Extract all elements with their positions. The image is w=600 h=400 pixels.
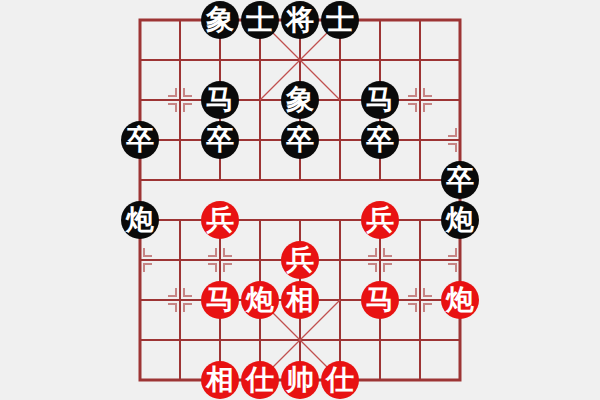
red-cannon[interactable]: 炮 xyxy=(441,281,479,319)
board-point: 马 xyxy=(360,280,400,320)
board-point: 卒 xyxy=(440,160,480,200)
board-point: 卒 xyxy=(120,120,160,160)
red-cannon[interactable]: 炮 xyxy=(241,281,279,319)
red-advisor[interactable]: 仕 xyxy=(241,361,279,399)
red-advisor[interactable]: 仕 xyxy=(321,361,359,399)
black-advisor[interactable]: 士 xyxy=(321,1,359,39)
board-point: 卒 xyxy=(200,120,240,160)
red-elephant[interactable]: 相 xyxy=(281,281,319,319)
black-horse[interactable]: 马 xyxy=(201,81,239,119)
black-cannon[interactable]: 炮 xyxy=(441,201,479,239)
black-soldier[interactable]: 卒 xyxy=(121,121,159,159)
board-point: 兵 xyxy=(360,200,400,240)
black-soldier[interactable]: 卒 xyxy=(441,161,479,199)
xiangqi-board: 象士将士马象马卒卒卒卒卒炮炮兵兵兵马炮相马炮相仕帅仕 xyxy=(120,0,480,400)
red-horse[interactable]: 马 xyxy=(361,281,399,319)
board-point: 仕 xyxy=(320,360,360,400)
red-soldier[interactable]: 兵 xyxy=(361,201,399,239)
black-soldier[interactable]: 卒 xyxy=(201,121,239,159)
board-point: 炮 xyxy=(120,200,160,240)
black-horse[interactable]: 马 xyxy=(361,81,399,119)
board-point: 士 xyxy=(240,0,280,40)
red-elephant[interactable]: 相 xyxy=(201,361,239,399)
black-soldier[interactable]: 卒 xyxy=(361,121,399,159)
black-general[interactable]: 将 xyxy=(281,1,319,39)
board-point: 马 xyxy=(200,280,240,320)
board-point: 卒 xyxy=(360,120,400,160)
red-general[interactable]: 帅 xyxy=(281,361,319,399)
board-point: 将 xyxy=(280,0,320,40)
board-point: 马 xyxy=(360,80,400,120)
board-point: 兵 xyxy=(200,200,240,240)
board-point: 卒 xyxy=(280,120,320,160)
board-point: 仕 xyxy=(240,360,280,400)
board-point: 相 xyxy=(200,360,240,400)
board-point: 象 xyxy=(280,80,320,120)
board-point: 象 xyxy=(200,0,240,40)
black-elephant[interactable]: 象 xyxy=(281,81,319,119)
red-soldier[interactable]: 兵 xyxy=(281,241,319,279)
board-point: 炮 xyxy=(440,280,480,320)
board-point: 炮 xyxy=(440,200,480,240)
black-cannon[interactable]: 炮 xyxy=(121,201,159,239)
red-soldier[interactable]: 兵 xyxy=(201,201,239,239)
board-point: 帅 xyxy=(280,360,320,400)
board-point: 相 xyxy=(280,280,320,320)
red-horse[interactable]: 马 xyxy=(201,281,239,319)
board-point: 马 xyxy=(200,80,240,120)
board-point: 兵 xyxy=(280,240,320,280)
xiangqi-screenshot: 象士将士马象马卒卒卒卒卒炮炮兵兵兵马炮相马炮相仕帅仕 xyxy=(0,0,600,400)
board-point: 炮 xyxy=(240,280,280,320)
black-advisor[interactable]: 士 xyxy=(241,1,279,39)
board-point: 士 xyxy=(320,0,360,40)
black-elephant[interactable]: 象 xyxy=(201,1,239,39)
black-soldier[interactable]: 卒 xyxy=(281,121,319,159)
